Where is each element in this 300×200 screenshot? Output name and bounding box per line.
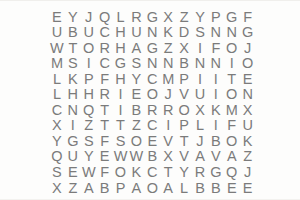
grid-cell[interactable]: Q xyxy=(81,102,97,118)
grid-cell[interactable]: N xyxy=(65,102,81,118)
grid-cell[interactable]: N xyxy=(224,25,240,41)
grid-cell[interactable]: O xyxy=(176,102,192,118)
grid-cell[interactable]: Q xyxy=(97,9,113,25)
grid-cell[interactable]: Z xyxy=(128,118,144,134)
grid-cell[interactable]: J xyxy=(240,164,256,180)
grid-cell[interactable]: I xyxy=(208,71,224,87)
grid-cell[interactable]: O xyxy=(81,40,97,56)
grid-cell[interactable]: H xyxy=(113,71,129,87)
grid-cell[interactable]: B xyxy=(208,180,224,196)
grid-cell[interactable]: K xyxy=(65,71,81,87)
grid-cell[interactable]: C xyxy=(144,71,160,87)
grid-cell[interactable]: L xyxy=(49,71,65,87)
grid-cell[interactable]: U xyxy=(240,118,256,134)
grid-cell[interactable]: E xyxy=(49,9,65,25)
grid-cell[interactable]: Q xyxy=(49,149,65,165)
grid-cell[interactable]: F xyxy=(208,40,224,56)
grid-cell[interactable]: B xyxy=(97,180,113,196)
grid-cell[interactable]: B xyxy=(144,149,160,165)
grid-cell[interactable]: N xyxy=(208,25,224,41)
grid-cell[interactable]: U xyxy=(192,87,208,103)
grid-cell[interactable]: Q xyxy=(224,164,240,180)
grid-cell[interactable]: C xyxy=(97,25,113,41)
grid-cell[interactable]: E xyxy=(128,87,144,103)
grid-cell[interactable]: H xyxy=(65,87,81,103)
grid-cell[interactable]: K xyxy=(160,25,176,41)
grid-cell[interactable]: T xyxy=(65,40,81,56)
grid-cell[interactable]: X xyxy=(49,180,65,196)
grid-cell[interactable]: I xyxy=(192,40,208,56)
word-search-board: EYJQLRGXZYPGFUBUCHUNKDSNNGWTORHAGZXIFOJM… xyxy=(0,0,300,200)
grid-cell[interactable]: A xyxy=(128,40,144,56)
grid-cell[interactable]: A xyxy=(192,149,208,165)
grid-cell[interactable]: L xyxy=(49,87,65,103)
grid-cell[interactable]: B xyxy=(65,25,81,41)
grid-cell[interactable]: T xyxy=(160,164,176,180)
grid-cell[interactable]: R xyxy=(160,102,176,118)
grid-cell[interactable]: U xyxy=(49,25,65,41)
grid-cell[interactable]: I xyxy=(160,118,176,134)
grid-cell[interactable]: J xyxy=(192,133,208,149)
grid-cell[interactable]: N xyxy=(192,56,208,72)
grid-cell[interactable]: D xyxy=(176,25,192,41)
grid-cell[interactable]: E xyxy=(97,149,113,165)
grid-cell[interactable]: Y xyxy=(49,133,65,149)
grid-cell[interactable]: T xyxy=(224,71,240,87)
grid-cell[interactable]: M xyxy=(224,102,240,118)
grid-cell[interactable]: B xyxy=(192,180,208,196)
grid-cell[interactable]: I xyxy=(208,87,224,103)
grid-cell[interactable]: G xyxy=(208,164,224,180)
grid-cell[interactable]: B xyxy=(176,56,192,72)
grid-cell[interactable]: P xyxy=(113,180,129,196)
grid-cell[interactable]: G xyxy=(144,9,160,25)
grid-cell[interactable]: J xyxy=(81,9,97,25)
grid-cell[interactable]: F xyxy=(240,9,256,25)
grid-cell[interactable]: Z xyxy=(240,149,256,165)
grid-cell[interactable]: K xyxy=(208,102,224,118)
grid-cell[interactable]: J xyxy=(160,87,176,103)
grid-cell[interactable]: L xyxy=(192,118,208,134)
grid-cell[interactable]: S xyxy=(49,164,65,180)
word-search-grid: EYJQLRGXZYPGFUBUCHUNKDSNNGWTORHAGZXIFOJM… xyxy=(49,9,256,196)
grid-cell[interactable]: I xyxy=(81,56,97,72)
grid-cell[interactable]: C xyxy=(97,56,113,72)
grid-cell[interactable]: R xyxy=(144,102,160,118)
grid-cell[interactable]: T xyxy=(176,133,192,149)
grid-cell[interactable]: H xyxy=(113,25,129,41)
grid-cell[interactable]: P xyxy=(81,71,97,87)
grid-cell[interactable]: W xyxy=(128,149,144,165)
grid-cell[interactable]: O xyxy=(240,56,256,72)
grid-cell[interactable]: W xyxy=(49,40,65,56)
grid-cell[interactable]: H xyxy=(81,87,97,103)
grid-cell[interactable]: A xyxy=(160,180,176,196)
grid-cell[interactable]: Y xyxy=(176,164,192,180)
grid-cell[interactable]: W xyxy=(113,149,129,165)
grid-cell[interactable]: X xyxy=(160,9,176,25)
grid-cell[interactable]: J xyxy=(240,40,256,56)
grid-cell[interactable]: Z xyxy=(81,118,97,134)
grid-cell[interactable]: G xyxy=(65,133,81,149)
grid-cell[interactable]: E xyxy=(240,71,256,87)
grid-cell[interactable]: Y xyxy=(128,71,144,87)
grid-cell[interactable]: W xyxy=(81,164,97,180)
grid-cell[interactable]: X xyxy=(240,102,256,118)
grid-cell[interactable]: E xyxy=(224,180,240,196)
grid-cell[interactable]: K xyxy=(128,164,144,180)
grid-cell[interactable]: O xyxy=(224,133,240,149)
grid-cell[interactable]: R xyxy=(97,87,113,103)
grid-cell[interactable]: P xyxy=(208,9,224,25)
grid-cell[interactable]: B xyxy=(128,102,144,118)
grid-cell[interactable]: V xyxy=(176,87,192,103)
grid-cell[interactable]: O xyxy=(224,40,240,56)
grid-cell[interactable]: S xyxy=(65,56,81,72)
grid-cell[interactable]: P xyxy=(176,118,192,134)
grid-cell[interactable]: S xyxy=(81,133,97,149)
grid-cell[interactable]: T xyxy=(97,118,113,134)
grid-cell[interactable]: I xyxy=(65,118,81,134)
grid-cell[interactable]: E xyxy=(240,180,256,196)
grid-cell[interactable]: G xyxy=(113,56,129,72)
grid-cell[interactable]: A xyxy=(81,180,97,196)
grid-cell[interactable]: H xyxy=(113,40,129,56)
grid-cell[interactable]: O xyxy=(224,87,240,103)
grid-cell[interactable]: I xyxy=(113,102,129,118)
grid-cell[interactable]: M xyxy=(49,56,65,72)
grid-cell[interactable]: F xyxy=(97,164,113,180)
grid-cell[interactable]: L xyxy=(176,180,192,196)
grid-cell[interactable]: V xyxy=(208,149,224,165)
grid-cell[interactable]: Y xyxy=(192,9,208,25)
grid-cell[interactable]: F xyxy=(97,133,113,149)
grid-cell[interactable]: G xyxy=(224,9,240,25)
grid-cell[interactable]: K xyxy=(240,133,256,149)
grid-cell[interactable]: N xyxy=(160,56,176,72)
grid-cell[interactable]: R xyxy=(97,40,113,56)
grid-cell[interactable]: O xyxy=(113,164,129,180)
grid-cell[interactable]: O xyxy=(144,180,160,196)
grid-cell[interactable]: B xyxy=(208,133,224,149)
grid-cell[interactable]: N xyxy=(208,56,224,72)
grid-cell[interactable]: E xyxy=(144,133,160,149)
grid-cell[interactable]: P xyxy=(176,71,192,87)
grid-cell[interactable]: X xyxy=(49,118,65,134)
grid-cell[interactable]: A xyxy=(224,149,240,165)
grid-cell[interactable]: F xyxy=(97,71,113,87)
grid-cell[interactable]: M xyxy=(160,71,176,87)
grid-cell[interactable]: U xyxy=(81,25,97,41)
grid-cell[interactable]: U xyxy=(65,149,81,165)
grid-cell[interactable]: T xyxy=(97,102,113,118)
grid-cell[interactable]: N xyxy=(144,25,160,41)
grid-cell[interactable]: V xyxy=(176,149,192,165)
grid-cell[interactable]: R xyxy=(128,9,144,25)
grid-cell[interactable]: E xyxy=(65,164,81,180)
grid-cell[interactable]: V xyxy=(160,133,176,149)
grid-cell[interactable]: N xyxy=(144,56,160,72)
grid-cell[interactable]: Y xyxy=(81,149,97,165)
grid-cell[interactable]: X xyxy=(192,102,208,118)
grid-cell[interactable]: T xyxy=(113,118,129,134)
grid-cell[interactable]: G xyxy=(240,25,256,41)
grid-cell[interactable]: F xyxy=(224,118,240,134)
grid-cell[interactable]: O xyxy=(128,133,144,149)
grid-cell[interactable]: A xyxy=(128,180,144,196)
grid-cell[interactable]: X xyxy=(160,149,176,165)
grid-cell[interactable]: O xyxy=(144,87,160,103)
grid-cell[interactable]: I xyxy=(113,87,129,103)
grid-cell[interactable]: C xyxy=(144,164,160,180)
grid-cell[interactable]: I xyxy=(192,71,208,87)
grid-cell[interactable]: S xyxy=(128,56,144,72)
grid-cell[interactable]: G xyxy=(144,40,160,56)
grid-cell[interactable]: Z xyxy=(65,180,81,196)
grid-cell[interactable]: S xyxy=(113,133,129,149)
grid-cell[interactable]: L xyxy=(113,9,129,25)
grid-cell[interactable]: C xyxy=(49,102,65,118)
grid-cell[interactable]: I xyxy=(224,56,240,72)
grid-cell[interactable]: Z xyxy=(160,40,176,56)
grid-cell[interactable]: Y xyxy=(65,9,81,25)
grid-cell[interactable]: U xyxy=(128,25,144,41)
grid-cell[interactable]: S xyxy=(192,25,208,41)
grid-cell[interactable]: R xyxy=(192,164,208,180)
grid-cell[interactable]: N xyxy=(240,87,256,103)
grid-cell[interactable]: X xyxy=(176,40,192,56)
grid-cell[interactable]: Z xyxy=(176,9,192,25)
grid-cell[interactable]: I xyxy=(208,118,224,134)
grid-cell[interactable]: C xyxy=(144,118,160,134)
